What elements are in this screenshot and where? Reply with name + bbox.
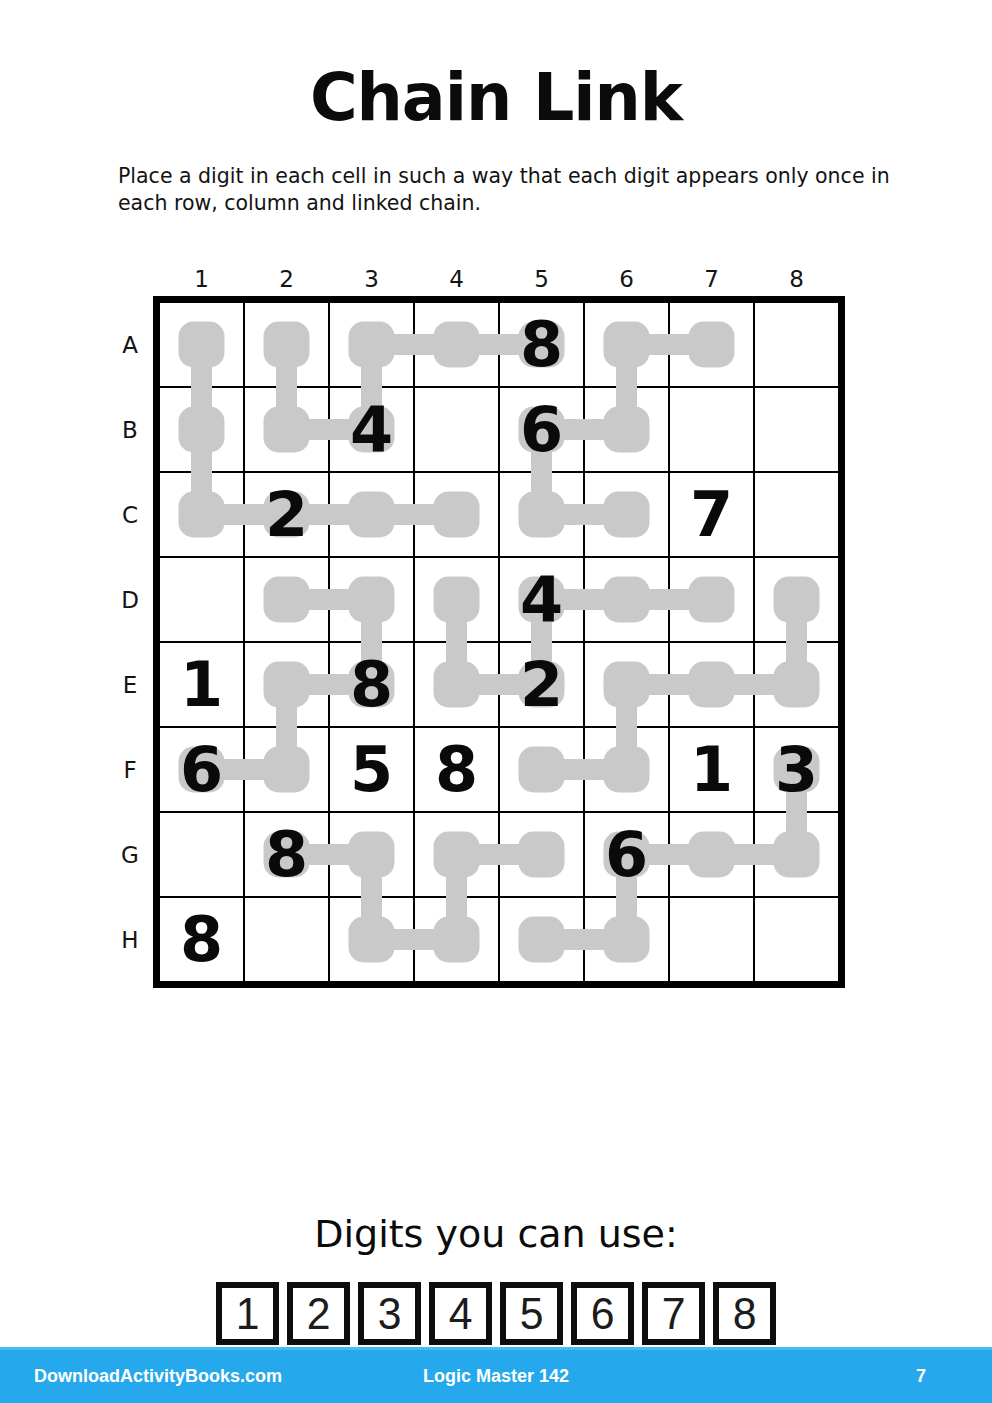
row-label-F: F: [115, 755, 145, 785]
cell-D7[interactable]: [670, 558, 753, 641]
board-area: 12345678ABCDEFGH84627418265813868: [115, 266, 875, 1006]
given-digit-F7: 1: [670, 728, 753, 811]
digit-box-2: 2: [287, 1282, 350, 1345]
cell-C5[interactable]: [500, 473, 583, 556]
cell-A8[interactable]: [755, 303, 838, 386]
cell-E8[interactable]: [755, 643, 838, 726]
cell-D6[interactable]: [585, 558, 668, 641]
cell-D3[interactable]: [330, 558, 413, 641]
digit-box-8: 8: [713, 1282, 776, 1345]
row-label-C: C: [115, 500, 145, 530]
given-digit-F3: 5: [330, 728, 413, 811]
col-label-4: 4: [437, 266, 477, 294]
given-digit-A5: 8: [500, 303, 583, 386]
given-digit-E5: 2: [500, 643, 583, 726]
given-digit-B3: 4: [330, 388, 413, 471]
cell-A1[interactable]: [160, 303, 243, 386]
cell-D4[interactable]: [415, 558, 498, 641]
cell-A7[interactable]: [670, 303, 753, 386]
row-label-E: E: [115, 670, 145, 700]
digit-box-label-3: 3: [378, 1291, 402, 1336]
cell-H5[interactable]: [500, 898, 583, 981]
row-label-B: B: [115, 415, 145, 445]
cell-A6[interactable]: [585, 303, 668, 386]
digit-box-label-7: 7: [662, 1291, 686, 1336]
cell-A2[interactable]: [245, 303, 328, 386]
digit-box-label-6: 6: [591, 1291, 615, 1336]
cell-B8[interactable]: [755, 388, 838, 471]
instructions-line-2: each row, column and linked chain.: [118, 190, 890, 217]
footer-page-number: 7: [916, 1350, 926, 1403]
footer-book: Logic Master 142: [0, 1350, 992, 1403]
cell-G3[interactable]: [330, 813, 413, 896]
cell-H3[interactable]: [330, 898, 413, 981]
given-digit-G6: 6: [585, 813, 668, 896]
col-label-7: 7: [692, 266, 732, 294]
digit-box-label-4: 4: [449, 1291, 473, 1336]
page: Chain Link Place a digit in each cell in…: [0, 0, 992, 1403]
col-label-3: 3: [352, 266, 392, 294]
digit-box-7: 7: [642, 1282, 705, 1345]
cell-B4[interactable]: [415, 388, 498, 471]
instructions: Place a digit in each cell in such a way…: [118, 163, 890, 217]
col-label-2: 2: [267, 266, 307, 294]
given-digit-E3: 8: [330, 643, 413, 726]
given-digit-B5: 6: [500, 388, 583, 471]
cell-G1[interactable]: [160, 813, 243, 896]
given-digit-F1: 6: [160, 728, 243, 811]
cell-F6[interactable]: [585, 728, 668, 811]
given-digit-C7: 7: [670, 473, 753, 556]
digit-box-6: 6: [571, 1282, 634, 1345]
cell-H8[interactable]: [755, 898, 838, 981]
cell-C4[interactable]: [415, 473, 498, 556]
cell-B2[interactable]: [245, 388, 328, 471]
digit-box-label-1: 1: [236, 1291, 260, 1336]
digit-box-4: 4: [429, 1282, 492, 1345]
cell-F5[interactable]: [500, 728, 583, 811]
digit-box-1: 1: [216, 1282, 279, 1345]
given-digit-D5: 4: [500, 558, 583, 641]
cell-D1[interactable]: [160, 558, 243, 641]
page-title: Chain Link: [0, 60, 992, 135]
row-label-G: G: [115, 840, 145, 870]
cell-G8[interactable]: [755, 813, 838, 896]
given-digit-F8: 3: [755, 728, 838, 811]
row-label-H: H: [115, 925, 145, 955]
cell-D2[interactable]: [245, 558, 328, 641]
cell-F2[interactable]: [245, 728, 328, 811]
cell-E7[interactable]: [670, 643, 753, 726]
digit-box-3: 3: [358, 1282, 421, 1345]
cell-B7[interactable]: [670, 388, 753, 471]
cell-C3[interactable]: [330, 473, 413, 556]
given-digit-H1: 8: [160, 898, 243, 981]
col-label-6: 6: [607, 266, 647, 294]
row-label-D: D: [115, 585, 145, 615]
digit-box-5: 5: [500, 1282, 563, 1345]
given-digit-E1: 1: [160, 643, 243, 726]
cell-H7[interactable]: [670, 898, 753, 981]
digits-heading: Digits you can use:: [0, 1212, 992, 1256]
cell-B1[interactable]: [160, 388, 243, 471]
row-label-A: A: [115, 330, 145, 360]
digit-box-label-5: 5: [520, 1291, 544, 1336]
cell-G4[interactable]: [415, 813, 498, 896]
cell-E4[interactable]: [415, 643, 498, 726]
col-label-5: 5: [522, 266, 562, 294]
cell-A3[interactable]: [330, 303, 413, 386]
instructions-line-1: Place a digit in each cell in such a way…: [118, 163, 890, 190]
cell-D8[interactable]: [755, 558, 838, 641]
given-digit-F4: 8: [415, 728, 498, 811]
cell-C6[interactable]: [585, 473, 668, 556]
cell-H6[interactable]: [585, 898, 668, 981]
col-label-8: 8: [777, 266, 817, 294]
given-digit-G2: 8: [245, 813, 328, 896]
cell-E6[interactable]: [585, 643, 668, 726]
digit-box-label-8: 8: [733, 1291, 757, 1336]
cell-G5[interactable]: [500, 813, 583, 896]
cell-C1[interactable]: [160, 473, 243, 556]
digit-boxes: 12345678: [0, 1282, 992, 1345]
cell-C8[interactable]: [755, 473, 838, 556]
footer: DownloadActivityBooks.com Logic Master 1…: [0, 1347, 992, 1403]
cell-E2[interactable]: [245, 643, 328, 726]
cell-H2[interactable]: [245, 898, 328, 981]
cell-A4[interactable]: [415, 303, 498, 386]
cell-H4[interactable]: [415, 898, 498, 981]
given-digit-C2: 2: [245, 473, 328, 556]
cell-B6[interactable]: [585, 388, 668, 471]
cell-G7[interactable]: [670, 813, 753, 896]
digit-box-label-2: 2: [307, 1291, 331, 1336]
col-label-1: 1: [182, 266, 222, 294]
